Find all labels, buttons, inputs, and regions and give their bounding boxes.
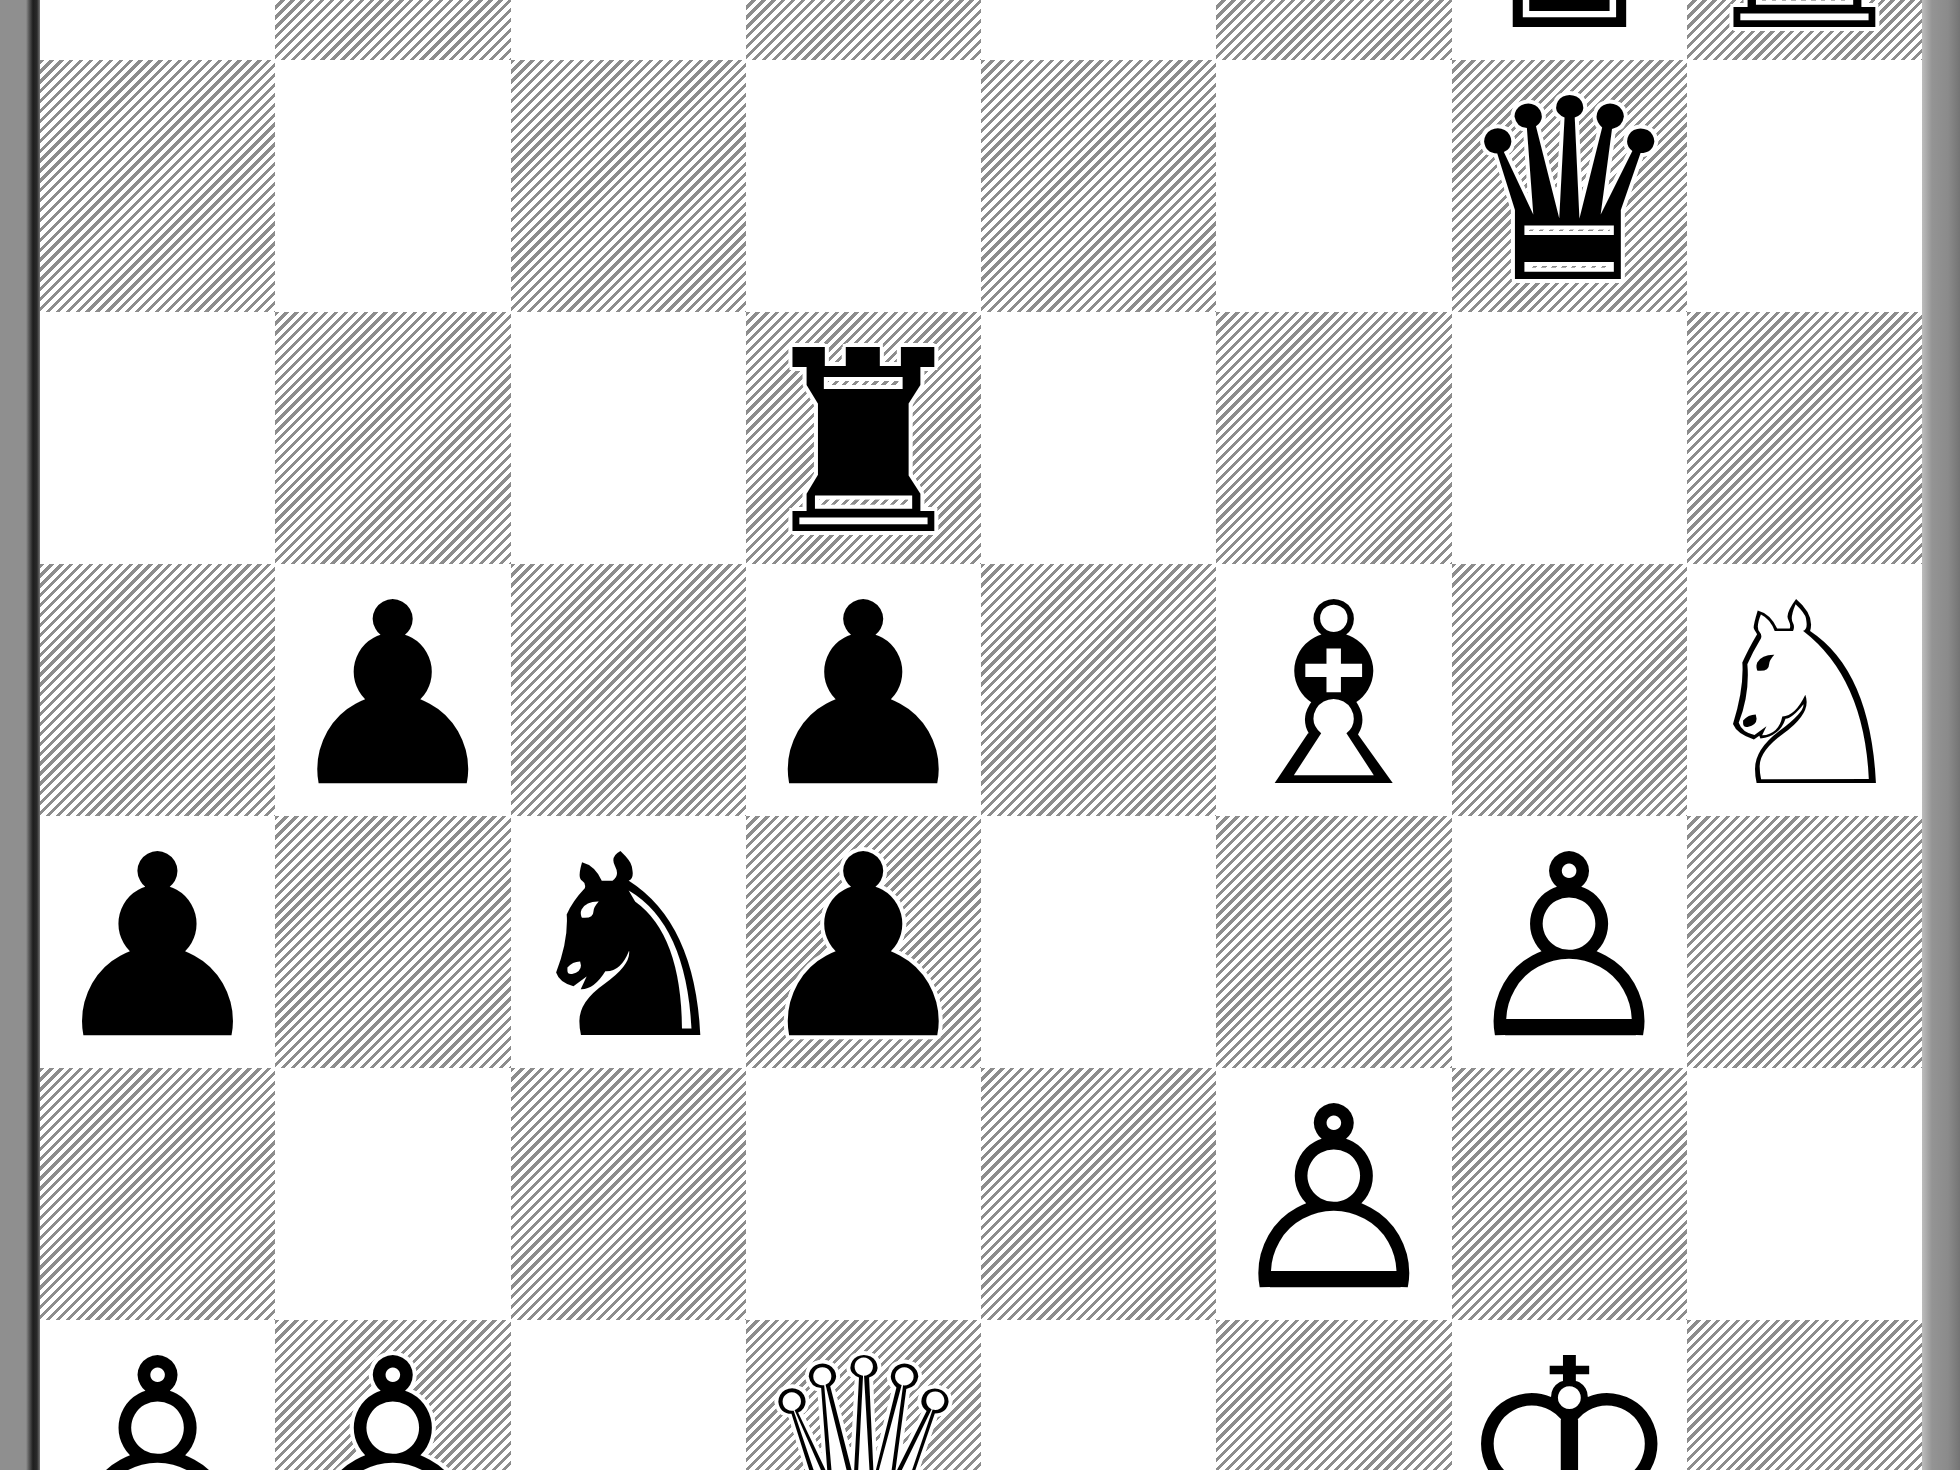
square-d5: ♟♟ — [746, 564, 981, 816]
square-g4: ♟♙ — [1452, 816, 1687, 1068]
square-b7 — [275, 60, 510, 312]
black-pawn-icon: ♟ — [750, 570, 976, 822]
white-queen-icon: ♕ — [750, 1326, 976, 1470]
square-g6 — [1452, 312, 1687, 564]
black-pawn-d4: ♟♟ — [746, 822, 981, 1074]
white-pawn-a2: ♟♙ — [40, 1326, 275, 1470]
white-knight-icon: ♘ — [1691, 570, 1917, 822]
square-a5 — [40, 564, 275, 816]
square-h4 — [1687, 816, 1922, 1068]
square-b4 — [275, 816, 510, 1068]
black-pawn-d5: ♟♟ — [746, 570, 981, 822]
square-d8 — [746, 0, 981, 60]
white-pawn-icon: ♙ — [280, 1326, 506, 1470]
square-g3 — [1452, 1068, 1687, 1320]
square-e7 — [981, 60, 1216, 312]
black-queen-icon: ♛ — [1456, 66, 1682, 318]
square-h2 — [1687, 1320, 1922, 1470]
square-d2: ♛♕ — [746, 1320, 981, 1470]
square-c5 — [511, 564, 746, 816]
white-bishop-f5: ♝♗ — [1216, 570, 1451, 822]
square-a4: ♟♟ — [40, 816, 275, 1068]
square-g5 — [1452, 564, 1687, 816]
square-c3 — [511, 1068, 746, 1320]
square-a6 — [40, 312, 275, 564]
black-knight-c4: ♞♞ — [511, 822, 746, 1074]
white-king-g2: ♚♔ — [1452, 1326, 1687, 1470]
square-b8 — [275, 0, 510, 60]
black-knight-icon: ♞ — [515, 822, 741, 1074]
black-pawn-icon: ♟ — [280, 570, 506, 822]
square-e8 — [981, 0, 1216, 60]
chess-diagram: ♚♚♜♜♛♛♜♜♟♟♟♟♝♗♞♘♟♟♞♞♟♟♟♙♟♙♟♙♟♙♛♕♚♔ — [0, 0, 1960, 1470]
square-f5: ♝♗ — [1216, 564, 1451, 816]
square-a2: ♟♙ — [40, 1320, 275, 1470]
black-rook-d6: ♜♜ — [746, 318, 981, 570]
white-pawn-g4: ♟♙ — [1452, 822, 1687, 1074]
square-h3 — [1687, 1068, 1922, 1320]
black-queen-g7: ♛♛ — [1452, 66, 1687, 318]
square-f2 — [1216, 1320, 1451, 1470]
square-b6 — [275, 312, 510, 564]
board-border-left — [0, 0, 40, 1470]
square-h6 — [1687, 312, 1922, 564]
square-c8 — [511, 0, 746, 60]
square-g7: ♛♛ — [1452, 60, 1687, 312]
square-e4 — [981, 816, 1216, 1068]
square-b5: ♟♟ — [275, 564, 510, 816]
white-pawn-f3: ♟♙ — [1216, 1074, 1451, 1326]
square-f8 — [1216, 0, 1451, 60]
square-d3 — [746, 1068, 981, 1320]
black-rook-h8: ♜♜ — [1687, 0, 1922, 66]
white-pawn-icon: ♙ — [1221, 1074, 1447, 1326]
square-d6: ♜♜ — [746, 312, 981, 564]
square-h7 — [1687, 60, 1922, 312]
square-e5 — [981, 564, 1216, 816]
black-pawn-icon: ♟ — [45, 822, 271, 1074]
black-pawn-b5: ♟♟ — [275, 570, 510, 822]
square-e3 — [981, 1068, 1216, 1320]
square-e6 — [981, 312, 1216, 564]
white-pawn-icon: ♙ — [45, 1326, 271, 1470]
white-king-icon: ♔ — [1456, 1326, 1682, 1470]
square-c6 — [511, 312, 746, 564]
board-border-right — [1922, 0, 1960, 1470]
black-rook-icon: ♜ — [1691, 0, 1917, 66]
black-rook-icon: ♜ — [750, 318, 976, 570]
square-f4 — [1216, 816, 1451, 1068]
square-b2: ♟♙ — [275, 1320, 510, 1470]
white-knight-h5: ♞♘ — [1687, 570, 1922, 822]
square-b3 — [275, 1068, 510, 1320]
square-c4: ♞♞ — [511, 816, 746, 1068]
chess-board: ♚♚♜♜♛♛♜♜♟♟♟♟♝♗♞♘♟♟♞♞♟♟♟♙♟♙♟♙♟♙♛♕♚♔ — [40, 0, 1922, 1470]
square-c7 — [511, 60, 746, 312]
black-pawn-icon: ♟ — [750, 822, 976, 1074]
square-a7 — [40, 60, 275, 312]
white-pawn-b2: ♟♙ — [275, 1326, 510, 1470]
white-queen-d2: ♛♕ — [746, 1326, 981, 1470]
square-d4: ♟♟ — [746, 816, 981, 1068]
square-f3: ♟♙ — [1216, 1068, 1451, 1320]
white-pawn-icon: ♙ — [1456, 822, 1682, 1074]
black-pawn-a4: ♟♟ — [40, 822, 275, 1074]
square-d7 — [746, 60, 981, 312]
square-e2 — [981, 1320, 1216, 1470]
square-h5: ♞♘ — [1687, 564, 1922, 816]
square-h8: ♜♜ — [1687, 0, 1922, 60]
square-f6 — [1216, 312, 1451, 564]
square-f7 — [1216, 60, 1451, 312]
square-g2: ♚♔ — [1452, 1320, 1687, 1470]
square-a3 — [40, 1068, 275, 1320]
square-a8 — [40, 0, 275, 60]
white-bishop-icon: ♗ — [1221, 570, 1447, 822]
square-c2 — [511, 1320, 746, 1470]
